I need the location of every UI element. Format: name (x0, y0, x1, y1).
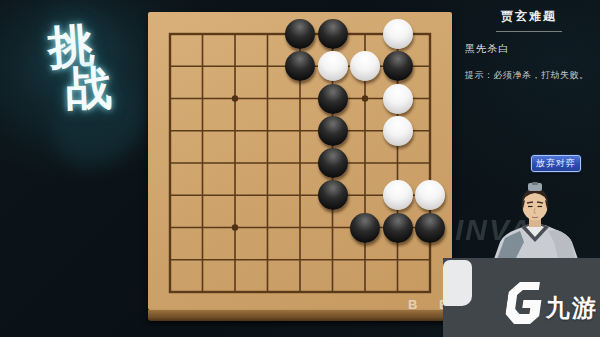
stone-white[interactable] (383, 19, 413, 49)
niugame-logo-text: 九游 (546, 292, 598, 324)
stone-white[interactable] (383, 84, 413, 114)
forfeit-game-button[interactable]: 放弃对弈 (531, 155, 581, 172)
stone-white[interactable] (383, 180, 413, 210)
puzzle-hint: 提示：必须净杀，打劫失败。 (465, 69, 598, 82)
stone-black[interactable] (350, 213, 380, 243)
puzzle-title: 贾玄难题 (460, 8, 598, 25)
stone-black[interactable] (318, 148, 348, 178)
stone-black[interactable] (318, 180, 348, 210)
stone-white[interactable] (318, 51, 348, 81)
watermark-glyph (443, 260, 472, 306)
stone-black[interactable] (285, 19, 315, 49)
stone-black[interactable] (415, 213, 445, 243)
niugame-logo-icon (504, 282, 546, 324)
watermark-band: 九游 (443, 258, 600, 337)
stone-black[interactable] (383, 51, 413, 81)
puzzle-info-panel: 贾玄难题 黑先杀白 提示：必须净杀，打劫失败。 (460, 8, 598, 82)
title-underline (496, 31, 562, 32)
stone-white[interactable] (415, 180, 445, 210)
stone-white[interactable] (350, 51, 380, 81)
stone-white[interactable] (383, 116, 413, 146)
puzzle-task: 黑先杀白 (465, 42, 598, 56)
stone-black[interactable] (383, 213, 413, 243)
opponent-portrait (489, 182, 581, 262)
stone-black[interactable] (318, 19, 348, 49)
stone-black[interactable] (318, 116, 348, 146)
stone-black[interactable] (285, 51, 315, 81)
stone-black[interactable] (318, 84, 348, 114)
